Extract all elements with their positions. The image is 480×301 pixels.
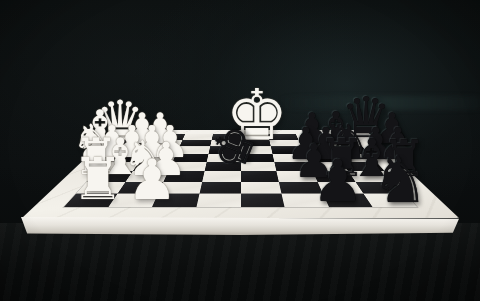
pieces-layer: ♝♛♟♟♞♟♟♟♟♜♝♞♟♜♟♚♚♟♝♛♟♟♟♞♟♟♟♜♝♜♟♞ (0, 0, 480, 301)
white-rook: ♜ (72, 150, 124, 208)
white-pawn: ♟ (127, 152, 177, 208)
black-pawn: ♟ (312, 152, 364, 210)
black-knight: ♞ (371, 148, 428, 212)
photo-canvas: { "game": "chess", "scene_type": "staged… (0, 0, 480, 301)
